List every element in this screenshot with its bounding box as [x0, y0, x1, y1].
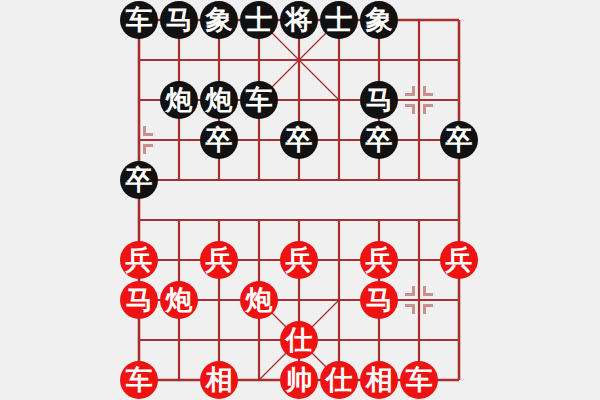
marker-corner-icon: [423, 286, 433, 296]
marker-corner-icon: [405, 286, 415, 296]
piece-red-elephant[interactable]: 相: [360, 361, 398, 399]
marker-corner-icon: [405, 86, 415, 96]
piece-red-chariot[interactable]: 车: [120, 361, 158, 399]
piece-black-general[interactable]: 将: [280, 1, 318, 39]
piece-black-advisor[interactable]: 士: [320, 1, 358, 39]
xiangqi-app: 车马象士将士象炮炮车马卒卒卒卒卒兵兵兵兵兵马炮炮马仕车相帅仕相车: [0, 0, 600, 400]
piece-red-cannon[interactable]: 炮: [240, 281, 278, 319]
piece-black-horse[interactable]: 马: [160, 1, 198, 39]
piece-red-soldier[interactable]: 兵: [360, 241, 398, 279]
marker-corner-icon: [143, 126, 153, 136]
piece-black-soldier[interactable]: 卒: [280, 121, 318, 159]
piece-red-soldier[interactable]: 兵: [280, 241, 318, 279]
piece-red-elephant[interactable]: 相: [200, 361, 238, 399]
piece-black-elephant[interactable]: 象: [200, 1, 238, 39]
piece-black-horse[interactable]: 马: [360, 81, 398, 119]
piece-black-cannon[interactable]: 炮: [160, 81, 198, 119]
xiangqi-board[interactable]: 车马象士将士象炮炮车马卒卒卒卒卒兵兵兵兵兵马炮炮马仕车相帅仕相车: [119, 0, 479, 400]
piece-red-soldier[interactable]: 兵: [120, 241, 158, 279]
piece-red-advisor[interactable]: 仕: [320, 361, 358, 399]
last-move-marker: [405, 286, 433, 314]
last-move-marker: [405, 86, 433, 114]
last-move-marker: [125, 126, 153, 154]
piece-black-soldier[interactable]: 卒: [120, 161, 158, 199]
marker-corner-icon: [405, 304, 415, 314]
piece-red-soldier[interactable]: 兵: [200, 241, 238, 279]
marker-corner-icon: [423, 104, 433, 114]
piece-black-elephant[interactable]: 象: [360, 1, 398, 39]
piece-red-chariot[interactable]: 车: [400, 361, 438, 399]
piece-red-general[interactable]: 帅: [280, 361, 318, 399]
piece-red-advisor[interactable]: 仕: [280, 321, 318, 359]
marker-corner-icon: [143, 144, 153, 154]
piece-red-soldier[interactable]: 兵: [440, 241, 478, 279]
marker-corner-icon: [423, 86, 433, 96]
piece-red-horse[interactable]: 马: [120, 281, 158, 319]
piece-black-advisor[interactable]: 士: [240, 1, 278, 39]
marker-corner-icon: [405, 104, 415, 114]
piece-black-soldier[interactable]: 卒: [360, 121, 398, 159]
piece-red-cannon[interactable]: 炮: [160, 281, 198, 319]
piece-red-horse[interactable]: 马: [360, 281, 398, 319]
piece-black-chariot[interactable]: 车: [120, 1, 158, 39]
piece-black-cannon[interactable]: 炮: [200, 81, 238, 119]
piece-black-chariot[interactable]: 车: [240, 81, 278, 119]
piece-black-soldier[interactable]: 卒: [440, 121, 478, 159]
piece-black-soldier[interactable]: 卒: [200, 121, 238, 159]
marker-corner-icon: [423, 304, 433, 314]
